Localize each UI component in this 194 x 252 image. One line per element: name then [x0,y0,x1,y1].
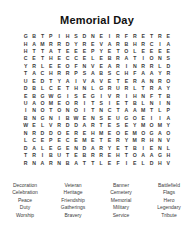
grid-cell: T [21,152,29,159]
grid-cell: T [156,93,164,100]
grid-cell: T [89,107,97,114]
grid-cell: F [147,93,155,100]
grid-cell: C [105,107,113,114]
grid-cell: R [114,33,122,40]
grid-cell: G [89,93,97,100]
grid-cell: P [164,107,172,114]
grid-cell: T [89,100,97,107]
grid-cell: E [114,100,122,107]
grid-cell: A [122,55,130,62]
grid-cell: L [131,48,139,55]
grid-cell: L [139,159,147,166]
grid-cell: L [164,145,172,152]
grid-cell: N [30,107,38,114]
grid-cell: B [164,93,172,100]
grid-cell: S [80,70,88,77]
grid-cell: A [131,107,139,114]
word-list-item: Duty [3,204,47,211]
grid-cell: E [105,122,113,129]
word-list-column: BannerCemeteryMemorialMilitaryService [99,182,143,219]
grid-cell: O [63,63,71,70]
grid-cell: H [147,137,155,144]
grid-cell: N [147,100,155,107]
grid-cell: A [164,115,172,122]
grid-cell: H [47,55,55,62]
grid-cell: A [164,40,172,47]
grid-cell: S [72,33,80,40]
grid-cell: R [47,159,55,166]
grid-cell: T [97,137,105,144]
grid-cell: C [114,70,122,77]
grid-cell: R [114,40,122,47]
grid-cell: I [97,93,105,100]
grid-cell: H [72,85,80,92]
grid-cell: R [114,93,122,100]
grid-cell: O [164,78,172,85]
grid-cell: O [164,130,172,137]
grid-cell: Y [97,48,105,55]
grid-cell: T [38,33,46,40]
grid-cell: I [156,115,164,122]
grid-cell: M [156,122,164,129]
grid-cell: E [114,145,122,152]
grid-cell: A [139,70,147,77]
grid-cell: L [156,63,164,70]
grid-cell: R [89,152,97,159]
grid-cell: G [21,33,29,40]
grid-cell: R [139,40,147,47]
grid-cell: E [72,137,80,144]
grid-cell: V [80,78,88,85]
grid-cell: M [131,137,139,144]
grid-cell: F [72,63,80,70]
grid-cell: E [30,55,38,62]
grid-cell: E [105,78,113,85]
grid-cell: R [156,78,164,85]
grid-cell: M [97,130,105,137]
grid-cell: R [131,33,139,40]
grid-cell: S [72,93,80,100]
grid-cell: E [122,78,130,85]
grid-cell: A [147,70,155,77]
grid-cell: H [164,152,172,159]
grid-cell: C [30,137,38,144]
grid-cell: V [164,137,172,144]
grid-cell: O [131,152,139,159]
grid-cell: I [55,33,63,40]
grid-cell: L [21,137,29,144]
grid-cell: E [164,33,172,40]
grid-cell: I [105,33,113,40]
grid-cell: H [131,40,139,47]
grid-cell: I [72,78,80,85]
grid-cell: W [47,93,55,100]
word-list-item: Celebration [3,189,47,196]
puzzle-title: Memorial Day [0,14,194,26]
grid-cell: D [21,85,29,92]
grid-cell: R [156,33,164,40]
grid-cell: T [38,48,46,55]
grid-cell: D [147,159,155,166]
grid-cell: T [63,85,71,92]
grid-cell: R [72,130,80,137]
grid-cell: V [105,93,113,100]
grid-cell: A [122,107,130,114]
grid-cell: W [72,115,80,122]
grid-cell: R [147,85,155,92]
grid-cell: O [122,48,130,55]
grid-cell: I [55,115,63,122]
grid-cell: R [139,137,147,144]
grid-cell: R [114,63,122,70]
grid-cell: G [122,115,130,122]
grid-cell: V [97,40,105,47]
word-list-item: Worship [3,212,47,219]
grid-cell: G [55,93,63,100]
grid-cell: Y [21,63,29,70]
grid-cell: R [97,145,105,152]
grid-cell: E [72,152,80,159]
grid-cell: O [63,100,71,107]
grid-cell: D [38,130,46,137]
grid-cell: E [131,159,139,166]
grid-cell: I [63,93,71,100]
grid-cell: E [122,122,130,129]
grid-cell: A [156,85,164,92]
grid-cell: L [89,85,97,92]
grid-cell: H [21,40,29,47]
grid-cell: A [139,152,147,159]
grid-cell: U [21,100,29,107]
grid-cell: N [21,130,29,137]
word-list-item: Gatherings [51,204,95,211]
grid-cell: T [139,85,147,92]
grid-cell: E [47,63,55,70]
word-list-item: Military [99,204,143,211]
grid-cell: A [30,145,38,152]
grid-cell: H [131,93,139,100]
grid-cell: E [147,145,155,152]
grid-cell: N [139,93,147,100]
grid-cell: U [55,152,63,159]
grid-cell: E [105,159,113,166]
grid-cell: N [80,63,88,70]
grid-cell: E [72,48,80,55]
word-list-item: Service [99,212,143,219]
grid-cell: C [38,70,46,77]
grid-cell: T [114,107,122,114]
grid-cell: G [38,93,46,100]
grid-cell: E [139,115,147,122]
grid-cell: B [80,152,88,159]
grid-cell: I [21,107,29,114]
grid-cell: O [131,115,139,122]
grid-cell: T [47,107,55,114]
grid-cell: A [30,70,38,77]
grid-cell: C [147,40,155,47]
grid-cell: E [80,115,88,122]
grid-cell: E [139,48,147,55]
grid-cell: I [80,107,88,114]
word-list-column: DecorationCelebrationPeaceDutyWorship [3,182,47,219]
grid-cell: I [156,100,164,107]
grid-cell: E [147,48,155,55]
word-list-item: Decoration [3,182,47,189]
grid-cell: R [122,85,130,92]
word-list-item: Veteran [51,182,95,189]
grid-cell: T [89,159,97,166]
grid-cell: G [97,85,105,92]
grid-cell: R [105,85,113,92]
grid-cell: L [139,100,147,107]
grid-cell: N [89,115,97,122]
grid-cell: U [114,115,122,122]
word-list: DecorationCelebrationPeaceDutyWorshipVet… [0,182,194,219]
word-search-worksheet: Memorial Day GBTPIHSDNEIRFRETREHAMRRDYRE… [0,0,194,252]
grid-cell: C [21,55,29,62]
grid-cell: A [63,78,71,85]
grid-cell: I [122,93,130,100]
grid-cell: V [97,78,105,85]
grid-cell: R [63,70,71,77]
word-list-item: Battlefield [147,182,191,189]
grid-cell: E [63,130,71,137]
grid-cell: R [114,55,122,62]
grid-cell: E [105,48,113,55]
grid-cell: G [147,130,155,137]
word-list-item: Memorial [99,197,143,204]
grid-cell: A [89,78,97,85]
grid-cell: V [47,122,55,129]
grid-cell: D [80,145,88,152]
grid-cell: N [80,85,88,92]
grid-cell: A [105,40,113,47]
grid-cell: E [156,48,164,55]
grid-cell: B [105,55,113,62]
grid-cell: V [164,159,172,166]
grid-cell: Y [72,40,80,47]
grid-cell: A [47,48,55,55]
grid-cell: P [47,137,55,144]
grid-cell: C [72,55,80,62]
grid-cell: B [63,115,71,122]
grid-cell: E [80,55,88,62]
word-list-item: Heritage [51,189,95,196]
grid-cell: E [97,33,105,40]
grid-cell: N [131,63,139,70]
grid-cell: I [139,55,147,62]
grid-cell: E [47,145,55,152]
grid-cell: B [63,159,71,166]
grid-cell: Y [105,145,113,152]
grid-cell: N [30,159,38,166]
grid-cell: L [89,55,97,62]
grid-cell: E [80,48,88,55]
grid-cell: T [38,55,46,62]
grid-cell: R [80,40,88,47]
grid-cell: M [80,137,88,144]
grid-cell: B [97,70,105,77]
grid-cell: I [38,152,46,159]
grid-cell: H [21,48,29,55]
grid-cell: R [97,152,105,159]
grid-cell: B [122,40,130,47]
grid-cell: H [47,70,55,77]
grid-cell: V [89,63,97,70]
grid-cell: E [164,48,172,55]
grid-cell: E [139,33,147,40]
grid-cell: I [80,100,88,107]
grid-cell: N [156,137,164,144]
word-list-item: Legendary [147,204,191,211]
grid-cell: E [63,48,71,55]
grid-cell: Y [156,70,164,77]
grid-cell: I [122,159,130,166]
grid-cell: O [139,130,147,137]
word-list-item: Cemetery [99,189,143,196]
grid-cell: M [47,100,55,107]
grid-cell: G [156,152,164,159]
grid-cell: B [47,152,55,159]
grid-cell: B [30,93,38,100]
grid-cell: T [122,145,130,152]
grid-cell: R [72,100,80,107]
grid-cell: R [30,130,38,137]
grid-cell: O [38,100,46,107]
grid-cell: O [55,107,63,114]
grid-cell: N [30,115,38,122]
grid-cell: A [147,152,155,159]
grid-cell: Y [122,137,130,144]
grid-cell: M [139,122,147,129]
grid-cell: T [147,33,155,40]
grid-cell: A [30,40,38,47]
grid-cell: T [80,159,88,166]
grid-cell: T [122,100,130,107]
grid-cell: R [30,152,38,159]
grid-cell: H [156,159,164,166]
grid-cell: A [30,100,38,107]
grid-cell: A [105,63,113,70]
grid-cell: N [72,145,80,152]
grid-cell: R [147,63,155,70]
grid-cell: S [105,70,113,77]
grid-cell: C [63,55,71,62]
grid-cell: E [63,145,71,152]
grid-cell: R [55,70,63,77]
grid-cell: H [122,70,130,77]
grid-cell: E [105,130,113,137]
grid-cell: L [131,85,139,92]
grid-cell: O [55,130,63,137]
grid-cell: E [97,55,105,62]
grid-cell: C [63,137,71,144]
grid-cell: T [122,152,130,159]
grid-cell: O [72,107,80,114]
grid-cell: E [105,115,113,122]
grid-cell: E [30,78,38,85]
word-list-item: Hero [147,197,191,204]
grid-cell: I [139,145,147,152]
grid-cell: P [47,33,55,40]
grid-cell: E [105,137,113,144]
grid-cell: Y [164,85,172,92]
grid-cell: I [147,115,155,122]
grid-cell: R [164,70,172,77]
word-list-item: Banner [99,182,143,189]
grid-cell: D [63,40,71,47]
grid-cell: B [131,145,139,152]
grid-cell: E [38,137,46,144]
word-list-column: BattlefieldFlagsHeroLegendaryTribute [147,182,191,219]
grid-cell: T [131,55,139,62]
grid-cell: S [114,122,122,129]
grid-cell: N [55,159,63,166]
grid-cell: O [147,122,155,129]
grid-cell: D [80,33,88,40]
grid-cell: T [30,48,38,55]
letter-grid: GBTPIHSDNEIRFRETREHAMRRDYREVARBHRCIAHTTA… [0,33,194,167]
grid-cell: L [38,145,46,152]
grid-cell: A [156,130,164,137]
grid-cell: I [105,100,113,107]
grid-cell: A [89,70,97,77]
grid-cell: R [30,63,38,70]
grid-cell: H [63,33,71,40]
grid-cell: S [97,115,105,122]
grid-cell: L [97,159,105,166]
grid-cell: E [55,100,63,107]
grid-cell: R [21,159,29,166]
grid-cell: N [156,55,164,62]
grid-cell: P [72,70,80,77]
grid-cell: E [30,122,38,129]
grid-cell: G [38,115,46,122]
grid-cell: D [47,130,55,137]
word-list-item: Bravery [51,212,95,219]
grid-cell: B [30,33,38,40]
grid-cell: N [97,107,105,114]
grid-cell: H [114,152,122,159]
grid-cell: A [89,145,97,152]
grid-cell: E [55,137,63,144]
grid-cell: N [164,100,172,107]
grid-cell: P [89,48,97,55]
grid-cell: B [30,85,38,92]
grid-cell: A [72,159,80,166]
grid-cell: Y [164,122,172,129]
grid-cell: N [63,107,71,114]
grid-cell: D [164,63,172,70]
grid-cell: S [97,100,105,107]
grid-cell: M [139,107,147,114]
grid-cell: F [122,33,130,40]
grid-cell: R [139,63,147,70]
grid-cell: E [97,63,105,70]
grid-cell: T [114,78,122,85]
grid-cell: A [38,159,46,166]
grid-cell: L [156,107,164,114]
grid-cell: M [38,40,46,47]
grid-cell: W [21,122,29,129]
grid-cell: R [131,78,139,85]
grid-cell: R [55,40,63,47]
grid-cell: R [47,40,55,47]
grid-cell: U [21,78,29,85]
word-list-item: Peace [3,197,47,204]
grid-cell: N [156,145,164,152]
grid-cell: E [122,130,130,137]
